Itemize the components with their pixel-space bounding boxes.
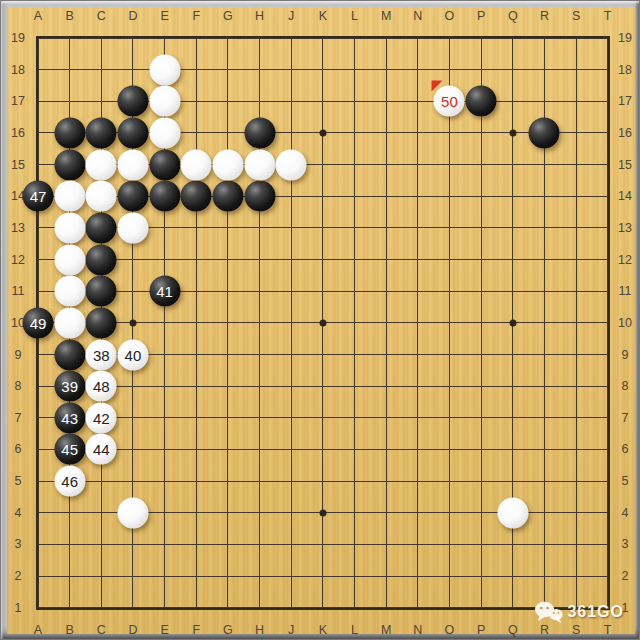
coord-label-top-G: G — [223, 9, 233, 23]
stone-white-C6[interactable]: 44 — [86, 434, 117, 465]
coord-label-top-B: B — [65, 9, 73, 23]
stone-black-H14[interactable] — [244, 181, 275, 212]
coord-label-top-J: J — [288, 9, 294, 23]
stone-black-C10[interactable] — [86, 307, 117, 338]
stone-black-E11[interactable]: 41 — [149, 276, 180, 307]
move-number-43: 43 — [61, 410, 78, 425]
stone-white-Q4[interactable] — [497, 497, 528, 528]
coord-label-left-8: 8 — [15, 379, 22, 393]
stone-black-B6[interactable]: 45 — [54, 434, 85, 465]
star-point-K10 — [319, 319, 326, 326]
coord-label-top-N: N — [413, 9, 422, 23]
coord-label-right-11: 11 — [619, 284, 632, 298]
stone-black-C11[interactable] — [86, 276, 117, 307]
star-point-D10 — [129, 319, 136, 326]
move-number-45: 45 — [61, 442, 78, 457]
coord-label-bottom-A: A — [34, 623, 42, 637]
stone-black-A10[interactable]: 49 — [23, 307, 54, 338]
stone-black-B15[interactable] — [54, 149, 85, 180]
stone-black-B16[interactable] — [54, 117, 85, 148]
coord-label-right-12: 12 — [618, 253, 632, 267]
coord-label-left-17: 17 — [11, 94, 25, 108]
watermark: 361GO — [534, 601, 624, 623]
frame: AABBCCDDEEFFGGHHJJKKLLMMNNOOPPQQRRSSTT19… — [0, 0, 640, 640]
coord-label-left-15: 15 — [11, 158, 25, 172]
coord-label-top-S: S — [572, 9, 580, 23]
coord-label-left-5: 5 — [15, 474, 22, 488]
stone-white-C14[interactable] — [86, 181, 117, 212]
move-number-44: 44 — [93, 442, 110, 457]
coord-label-right-16: 16 — [618, 126, 632, 140]
stone-white-D4[interactable] — [117, 497, 148, 528]
stone-black-E15[interactable] — [149, 149, 180, 180]
stone-white-O17[interactable]: 50 — [434, 86, 465, 117]
move-number-42: 42 — [93, 410, 110, 425]
coord-label-top-P: P — [477, 9, 485, 23]
coord-label-right-3: 3 — [622, 537, 629, 551]
watermark-text: 361GO — [567, 603, 624, 621]
stone-white-C15[interactable] — [86, 149, 117, 180]
coord-label-bottom-S: S — [572, 623, 580, 637]
coord-label-top-Q: Q — [508, 9, 518, 23]
stone-black-A14[interactable]: 47 — [23, 181, 54, 212]
stone-black-P17[interactable] — [466, 86, 497, 117]
stone-white-J15[interactable] — [276, 149, 307, 180]
coord-label-bottom-B: B — [65, 623, 73, 637]
coord-label-bottom-K: K — [319, 623, 327, 637]
coord-label-bottom-J: J — [288, 623, 294, 637]
coord-label-bottom-P: P — [477, 623, 485, 637]
coord-label-left-4: 4 — [15, 506, 22, 520]
stone-white-D13[interactable] — [117, 212, 148, 243]
coord-label-bottom-N: N — [413, 623, 422, 637]
move-number-47: 47 — [30, 189, 47, 204]
stone-white-C9[interactable]: 38 — [86, 339, 117, 370]
stone-white-D9[interactable]: 40 — [117, 339, 148, 370]
stone-black-B8[interactable]: 39 — [54, 371, 85, 402]
coord-label-left-7: 7 — [15, 411, 22, 425]
coord-label-top-E: E — [160, 9, 168, 23]
move-number-46: 46 — [61, 474, 78, 489]
coord-label-top-O: O — [445, 9, 455, 23]
move-number-39: 39 — [61, 379, 78, 394]
coord-label-bottom-O: O — [445, 623, 455, 637]
coord-label-bottom-T: T — [604, 623, 612, 637]
coord-label-top-C: C — [97, 9, 106, 23]
stone-black-E14[interactable] — [149, 181, 180, 212]
stone-black-D16[interactable] — [117, 117, 148, 148]
coord-label-bottom-R: R — [540, 623, 549, 637]
stone-black-C13[interactable] — [86, 212, 117, 243]
coord-label-left-11: 11 — [12, 284, 25, 298]
coord-label-right-4: 4 — [622, 506, 629, 520]
coord-label-bottom-H: H — [255, 623, 264, 637]
coord-label-left-18: 18 — [11, 63, 25, 77]
stone-white-F15[interactable] — [181, 149, 212, 180]
coord-label-bottom-M: M — [381, 623, 391, 637]
coord-label-right-6: 6 — [622, 442, 629, 456]
stone-white-H15[interactable] — [244, 149, 275, 180]
coord-label-right-18: 18 — [618, 63, 632, 77]
coord-label-top-A: A — [34, 9, 42, 23]
coord-label-top-K: K — [319, 9, 327, 23]
coord-label-left-6: 6 — [15, 442, 22, 456]
move-number-49: 49 — [30, 315, 47, 330]
coord-label-top-H: H — [255, 9, 264, 23]
coord-label-left-19: 19 — [11, 31, 25, 45]
stone-black-G14[interactable] — [212, 181, 243, 212]
coord-label-top-D: D — [128, 9, 137, 23]
coord-label-right-5: 5 — [622, 474, 629, 488]
star-point-K4 — [319, 509, 326, 516]
stone-black-C12[interactable] — [86, 244, 117, 275]
coord-label-left-2: 2 — [15, 569, 22, 583]
star-point-K16 — [319, 129, 326, 136]
stone-black-R16[interactable] — [529, 117, 560, 148]
stone-black-D17[interactable] — [117, 86, 148, 117]
stone-white-E18[interactable] — [149, 54, 180, 85]
coord-label-right-8: 8 — [622, 379, 629, 393]
stone-white-B14[interactable] — [54, 181, 85, 212]
coord-label-right-17: 17 — [618, 94, 632, 108]
stone-white-E17[interactable] — [149, 86, 180, 117]
coord-label-right-10: 10 — [618, 316, 632, 330]
coord-label-left-9: 9 — [15, 348, 22, 362]
coord-label-left-3: 3 — [15, 537, 22, 551]
stone-black-F14[interactable] — [181, 181, 212, 212]
coord-label-right-9: 9 — [622, 348, 629, 362]
coord-label-bottom-L: L — [351, 623, 358, 637]
stone-black-H16[interactable] — [244, 117, 275, 148]
coord-label-top-R: R — [540, 9, 549, 23]
stone-white-C7[interactable]: 42 — [86, 402, 117, 433]
stone-white-B13[interactable] — [54, 212, 85, 243]
coord-label-right-7: 7 — [622, 411, 629, 425]
stone-white-D15[interactable] — [117, 149, 148, 180]
coord-label-right-2: 2 — [622, 569, 629, 583]
stone-white-G15[interactable] — [212, 149, 243, 180]
coord-label-bottom-D: D — [128, 623, 137, 637]
move-number-48: 48 — [93, 379, 110, 394]
star-point-Q16 — [509, 129, 516, 136]
coord-label-top-L: L — [351, 9, 358, 23]
move-number-40: 40 — [125, 347, 142, 362]
coord-label-left-12: 12 — [11, 253, 25, 267]
coord-label-bottom-E: E — [160, 623, 168, 637]
star-point-Q10 — [509, 319, 516, 326]
coord-label-top-M: M — [381, 9, 391, 23]
coord-label-left-16: 16 — [11, 126, 25, 140]
stone-black-C16[interactable] — [86, 117, 117, 148]
coord-label-bottom-G: G — [223, 623, 233, 637]
move-number-38: 38 — [93, 347, 110, 362]
stone-white-B12[interactable] — [54, 244, 85, 275]
stone-black-D14[interactable] — [117, 181, 148, 212]
move-number-41: 41 — [156, 284, 173, 299]
coord-label-right-15: 15 — [618, 158, 632, 172]
coord-label-bottom-F: F — [192, 623, 200, 637]
stone-white-B11[interactable] — [54, 276, 85, 307]
stone-black-B7[interactable]: 43 — [54, 402, 85, 433]
stone-white-C8[interactable]: 48 — [86, 371, 117, 402]
stone-black-B9[interactable] — [54, 339, 85, 370]
coord-label-top-F: F — [192, 9, 200, 23]
coord-label-left-1: 1 — [15, 601, 22, 615]
coord-label-right-14: 14 — [618, 189, 632, 203]
coord-label-right-19: 19 — [618, 31, 632, 45]
stone-white-B5[interactable]: 46 — [54, 466, 85, 497]
coord-label-bottom-C: C — [97, 623, 106, 637]
coord-label-left-13: 13 — [11, 221, 25, 235]
stone-white-B10[interactable] — [54, 307, 85, 338]
wechat-icon — [534, 601, 563, 623]
coord-label-bottom-Q: Q — [508, 623, 518, 637]
go-board[interactable]: AABBCCDDEEFFGGHHJJKKLLMMNNOOPPQQRRSSTT19… — [7, 7, 635, 634]
move-number-50: 50 — [441, 94, 458, 109]
stone-white-E16[interactable] — [149, 117, 180, 148]
coord-label-top-T: T — [604, 9, 612, 23]
coord-label-right-13: 13 — [618, 221, 632, 235]
last-move-marker-icon — [432, 81, 443, 92]
